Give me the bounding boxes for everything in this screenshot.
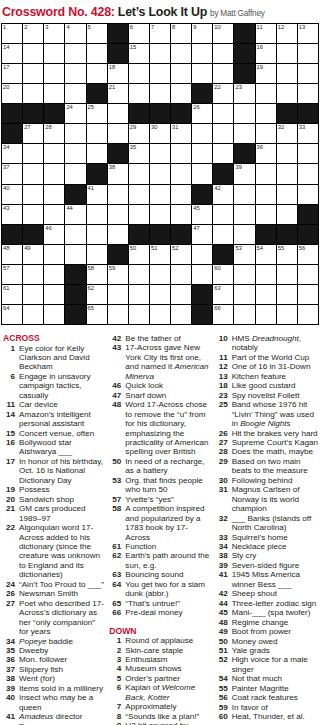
clue-down-50: 50Money owed xyxy=(216,637,318,646)
clue-down-1: 1Round of applause xyxy=(109,636,211,645)
grid-cell-r6c14[interactable]: 32 xyxy=(277,124,298,144)
clue-down-6: 6Kaplan of Welcome Back, Kotter xyxy=(109,683,211,702)
grid-cell-r6c9[interactable]: 31 xyxy=(171,124,192,144)
grid-cell-r6c7[interactable]: 29 xyxy=(129,124,150,144)
grid-cell-r13c8[interactable] xyxy=(150,265,171,285)
grid-cell-r4c12[interactable]: 23 xyxy=(234,84,255,104)
grid-cell-r10c13[interactable] xyxy=(256,205,277,225)
grid-cell-r12c14[interactable]: 55 xyxy=(277,245,298,265)
clue-down-26: 26Hit the brakes very hard xyxy=(216,429,318,438)
grid-cell-r6c2[interactable]: 27 xyxy=(23,124,44,144)
grid-cell-r2c7[interactable]: 15 xyxy=(129,44,150,64)
grid-cell-r10c2[interactable] xyxy=(23,205,44,225)
grid-cell-r11c11[interactable] xyxy=(213,225,234,245)
grid-cell-r10c11[interactable] xyxy=(213,205,234,225)
grid-cell-r13c1[interactable]: 57 xyxy=(2,265,23,285)
grid-cell-r15c13[interactable] xyxy=(256,305,277,325)
clue-across-22: 22Algonquian word 17-Across added to his… xyxy=(3,523,105,580)
clue-number: 38 xyxy=(3,674,15,683)
crossword-grid: 1234567891011121314151617181920212223242… xyxy=(1,23,319,325)
grid-cell-r15c8[interactable] xyxy=(150,305,171,325)
grid-cell-r14c14[interactable] xyxy=(277,285,298,305)
grid-cell-r15c12[interactable] xyxy=(234,305,255,325)
grid-cell-r15c6[interactable] xyxy=(108,305,129,325)
grid-cell-r7c8[interactable] xyxy=(150,144,171,164)
grid-cell-r11c6[interactable] xyxy=(108,225,129,245)
clue-text: Boot from power xyxy=(232,627,318,636)
cell-number: 25 xyxy=(88,104,94,111)
grid-cell-r8c10[interactable] xyxy=(192,164,213,184)
clue-number: 60 xyxy=(216,712,228,721)
grid-cell-r4c14[interactable] xyxy=(277,84,298,104)
grid-cell-r13c3[interactable] xyxy=(44,265,65,285)
clue-down-54: 54Not that much xyxy=(216,674,318,683)
grid-cell-r10c9[interactable] xyxy=(171,205,192,225)
cell-number: 17 xyxy=(3,64,9,71)
clue-text: Not that much xyxy=(232,674,318,683)
across-clues-part2: 42Be the father of4317-Across gave New Y… xyxy=(109,334,211,618)
cell-number: 22 xyxy=(214,84,220,91)
clue-across-42: 42Be the father of xyxy=(109,334,211,343)
clue-across-21: 21GM cars produced 1989–97 xyxy=(3,504,105,523)
grid-cell-r3c14[interactable] xyxy=(277,64,298,84)
grid-cell-r14c5[interactable]: 62 xyxy=(87,285,108,305)
grid-cell-r6c11[interactable] xyxy=(213,124,234,144)
grid-cell-r1c2[interactable]: 2 xyxy=(23,24,44,44)
grid-cell-r6c3[interactable]: 28 xyxy=(44,124,65,144)
grid-cell-r12c5[interactable] xyxy=(87,245,108,265)
grid-cell-r12c15[interactable]: 56 xyxy=(298,245,319,265)
clue-number: 35 xyxy=(3,646,15,655)
grid-cell-r9c14[interactable] xyxy=(277,185,298,205)
clue-number: 58 xyxy=(109,504,121,542)
clue-text: Mon. follower xyxy=(19,655,105,664)
clue-across-17: 17In honor of his birthday, Oct. 16 is N… xyxy=(3,457,105,485)
grid-cell-r8c2[interactable] xyxy=(23,164,44,184)
grid-cell-r9c1[interactable]: 40 xyxy=(2,185,23,205)
clue-column-1: ACROSS 1Eye color for Kelly Clarkson and… xyxy=(3,334,105,725)
grid-cell-r5c13[interactable] xyxy=(256,104,277,124)
grid-cell-r7c10[interactable] xyxy=(192,144,213,164)
grid-cell-r1c3[interactable]: 3 xyxy=(44,24,65,44)
grid-cell-r9c8[interactable] xyxy=(150,185,171,205)
grid-cell-r1c1[interactable]: 1 xyxy=(2,24,23,44)
grid-cell-r1c7[interactable]: 6 xyxy=(129,24,150,44)
grid-cell-r6c12[interactable] xyxy=(234,124,255,144)
grid-cell-r8c9[interactable] xyxy=(171,164,192,184)
cell-number: 14 xyxy=(3,44,9,51)
across-clues-part1: 1Eye color for Kelly Clarkson and David … xyxy=(3,344,105,725)
grid-cell-black-r7c12 xyxy=(234,144,255,164)
cell-number: 60 xyxy=(214,265,220,272)
clue-number: 37 xyxy=(3,665,15,674)
clue-text: Enthusiasm xyxy=(125,655,211,664)
grid-cell-r3c6[interactable]: 18 xyxy=(108,64,129,84)
grid-cell-r15c7[interactable] xyxy=(129,305,150,325)
grid-cell-r15c11[interactable]: 66 xyxy=(213,305,234,325)
grid-cell-r7c4[interactable] xyxy=(65,144,86,164)
grid-cell-r10c5[interactable] xyxy=(87,205,108,225)
clue-number: 54 xyxy=(216,674,228,683)
clue-number: 40 xyxy=(3,693,15,712)
clue-text: Spy novelist Follett xyxy=(232,391,318,400)
grid-cell-r3c8[interactable] xyxy=(150,64,171,84)
grid-cell-r11c12[interactable] xyxy=(234,225,255,245)
grid-cell-r8c6[interactable]: 38 xyxy=(108,164,129,184)
clue-down-3: 3Enthusiasm xyxy=(109,655,211,664)
clue-number: 61 xyxy=(109,542,121,551)
grid-cell-r3c1[interactable]: 17 xyxy=(2,64,23,84)
grid-cell-r12c4[interactable] xyxy=(65,245,86,265)
clue-number: 39 xyxy=(3,684,15,693)
clue-across-65: 65“That’s untrue!” xyxy=(109,599,211,608)
grid-cell-r8c8[interactable] xyxy=(150,164,171,184)
grid-cell-r11c5[interactable] xyxy=(87,225,108,245)
clue-text: “Ain’t Too Proud to ___” xyxy=(19,580,105,589)
grid-cell-r15c3[interactable] xyxy=(44,305,65,325)
grid-cell-r3c11[interactable] xyxy=(213,64,234,84)
grid-cell-r12c10[interactable] xyxy=(192,245,213,265)
grid-cell-r10c8[interactable] xyxy=(150,205,171,225)
clue-across-43: 4317-Across gave New York City its first… xyxy=(109,343,211,381)
grid-cell-r2c3[interactable] xyxy=(44,44,65,64)
grid-cell-r10c4[interactable]: 44 xyxy=(65,205,86,225)
grid-cell-r2c8[interactable] xyxy=(150,44,171,64)
grid-cell-r2c9[interactable] xyxy=(171,44,192,64)
clue-number: 41 xyxy=(216,570,228,589)
clue-text: Went (for) xyxy=(19,674,105,683)
grid-cell-r2c14[interactable] xyxy=(277,44,298,64)
clue-down-30: 30Following behind xyxy=(216,476,318,485)
grid-cell-r2c10[interactable] xyxy=(192,44,213,64)
clue-across-26: 26Newsman Smith xyxy=(3,589,105,598)
grid-cell-r6c4[interactable] xyxy=(65,124,86,144)
grid-cell-r12c2[interactable]: 49 xyxy=(23,245,44,265)
grid-cell-r3c4[interactable] xyxy=(65,64,86,84)
grid-cell-black-r5c3 xyxy=(44,104,65,124)
grid-cell-r5c10[interactable]: 26 xyxy=(192,104,213,124)
grid-cell-r7c11[interactable] xyxy=(213,144,234,164)
clue-down-25: 25Band whose 1976 hit “Livin’ Thing” was… xyxy=(216,400,318,428)
grid-cell-r12c7[interactable]: 50 xyxy=(129,245,150,265)
grid-cell-r3c15[interactable] xyxy=(298,64,319,84)
clue-number: 17 xyxy=(3,457,15,485)
grid-cell-r8c12[interactable]: 39 xyxy=(234,164,255,184)
grid-cell-r8c7[interactable] xyxy=(129,164,150,184)
grid-cell-r3c9[interactable] xyxy=(171,64,192,84)
cell-number: 16 xyxy=(257,44,263,51)
grid-cell-r13c10[interactable] xyxy=(192,265,213,285)
cell-number: 12 xyxy=(278,24,284,31)
grid-cell-r13c11[interactable]: 60 xyxy=(213,265,234,285)
grid-cell-r14c9[interactable] xyxy=(171,285,192,305)
grid-cell-r6c5[interactable] xyxy=(87,124,108,144)
clue-across-64: 64You get two for a slam dunk (abbr.) xyxy=(109,580,211,599)
grid-cell-r4c15[interactable] xyxy=(298,84,319,104)
grid-cell-r9c12[interactable] xyxy=(234,185,255,205)
grid-cell-r3c5[interactable] xyxy=(87,64,108,84)
grid-cell-r6c15[interactable]: 33 xyxy=(298,124,319,144)
clue-text: Quick look xyxy=(125,381,211,390)
grid-cell-black-r10c15 xyxy=(298,205,319,225)
clue-text: You get two for a slam dunk (abbr.) xyxy=(125,580,211,599)
grid-cell-r14c8[interactable] xyxy=(150,285,171,305)
grid-cell-r2c13[interactable]: 16 xyxy=(256,44,277,64)
grid-cell-black-r5c1 xyxy=(2,104,23,124)
grid-cell-r12c3[interactable] xyxy=(44,245,65,265)
grid-cell-r7c2[interactable] xyxy=(23,144,44,164)
clue-text: Seven-sided figure xyxy=(232,561,318,570)
clue-number: 43 xyxy=(109,343,121,381)
grid-cell-r5c5[interactable]: 25 xyxy=(87,104,108,124)
clue-text: 17-Across gave New York City its first o… xyxy=(125,343,211,381)
grid-cell-r13c12[interactable] xyxy=(234,265,255,285)
clue-down-27: 27Supreme Court’s Kagan xyxy=(216,438,318,447)
cell-number: 57 xyxy=(3,265,9,272)
cell-number: 47 xyxy=(193,225,199,232)
grid-cell-r1c9[interactable]: 8 xyxy=(171,24,192,44)
grid-cell-r4c4[interactable] xyxy=(65,84,86,104)
grid-cell-black-r3c12 xyxy=(234,64,255,84)
grid-cell-black-r15c4 xyxy=(65,305,86,325)
cell-number: 28 xyxy=(45,124,51,131)
clue-text: Does the math, maybe xyxy=(232,447,318,456)
clue-number: 48 xyxy=(216,618,228,627)
grid-cell-r11c3[interactable]: 46 xyxy=(44,225,65,245)
grid-cell-r13c13[interactable] xyxy=(256,265,277,285)
grid-cell-black-r11c2 xyxy=(23,225,44,245)
clue-down-48: 48Regime change xyxy=(216,618,318,627)
clue-across-19: 19Possess xyxy=(3,485,105,494)
grid-cell-black-r13c4 xyxy=(65,265,86,285)
grid-cell-r3c2[interactable] xyxy=(23,64,44,84)
cell-number: 53 xyxy=(235,245,241,252)
grid-cell-r14c11[interactable]: 63 xyxy=(213,285,234,305)
clue-number: 2 xyxy=(109,646,121,655)
grid-cell-r12c13[interactable]: 54 xyxy=(256,245,277,265)
grid-cell-r1c10[interactable]: 9 xyxy=(192,24,213,44)
grid-cell-r11c4[interactable] xyxy=(65,225,86,245)
grid-cell-r9c9[interactable] xyxy=(171,185,192,205)
clue-number: 14 xyxy=(3,410,15,429)
grid-cell-r15c1[interactable]: 64 xyxy=(2,305,23,325)
grid-cell-r2c11[interactable] xyxy=(213,44,234,64)
grid-cell-r4c2[interactable] xyxy=(23,84,44,104)
clue-number: 64 xyxy=(109,580,121,599)
grid-cell-r10c10[interactable]: 45 xyxy=(192,205,213,225)
grid-cell-r7c13[interactable]: 36 xyxy=(256,144,277,164)
grid-cell-black-r9c10 xyxy=(192,185,213,205)
clue-down-29: 29Based on two main beats to the measure xyxy=(216,457,318,476)
grid-cell-r4c7[interactable] xyxy=(129,84,150,104)
grid-cell-r13c9[interactable] xyxy=(171,265,192,285)
grid-cell-r8c15[interactable] xyxy=(298,164,319,184)
clue-across-46: 46Quick look xyxy=(109,381,211,390)
grid-cell-r2c15[interactable] xyxy=(298,44,319,64)
grid-cell-r13c6[interactable]: 59 xyxy=(108,265,129,285)
grid-cell-r4c6[interactable]: 21 xyxy=(108,84,129,104)
grid-cell-r9c13[interactable] xyxy=(256,185,277,205)
grid-cell-r5c6[interactable] xyxy=(108,104,129,124)
grid-cell-r6c10[interactable] xyxy=(192,124,213,144)
grid-cell-r6c6[interactable] xyxy=(108,124,129,144)
grid-cell-r9c2[interactable] xyxy=(23,185,44,205)
grid-cell-r8c4[interactable] xyxy=(65,164,86,184)
grid-cell-r4c1[interactable]: 20 xyxy=(2,84,23,104)
grid-cell-r5c12[interactable] xyxy=(234,104,255,124)
cell-number: 44 xyxy=(66,205,72,212)
grid-cell-r9c7[interactable] xyxy=(129,185,150,205)
grid-cell-r4c9[interactable] xyxy=(171,84,192,104)
grid-cell-r8c13[interactable] xyxy=(256,164,277,184)
clue-text: Following behind xyxy=(232,476,318,485)
grid-cell-r1c14[interactable]: 12 xyxy=(277,24,298,44)
grid-cell-black-r5c7 xyxy=(129,104,150,124)
grid-cell-r8c14[interactable] xyxy=(277,164,298,184)
grid-cell-r15c2[interactable] xyxy=(23,305,44,325)
grid-cell-r7c1[interactable]: 34 xyxy=(2,144,23,164)
cell-number: 21 xyxy=(109,84,115,91)
grid-cell-r15c9[interactable] xyxy=(171,305,192,325)
cell-number: 7 xyxy=(151,24,154,31)
clue-text: Algonquian word 17-Across added to his d… xyxy=(19,523,105,580)
grid-cell-r12c9[interactable]: 52 xyxy=(171,245,192,265)
grid-cell-r1c8[interactable]: 7 xyxy=(150,24,171,44)
grid-cell-r2c1[interactable]: 14 xyxy=(2,44,23,64)
grid-cell-r7c7[interactable]: 35 xyxy=(129,144,150,164)
grid-cell-r10c1[interactable]: 43 xyxy=(2,205,23,225)
grid-cell-r13c14[interactable] xyxy=(277,265,298,285)
cell-number: 65 xyxy=(88,305,94,312)
cell-number: 39 xyxy=(235,164,241,171)
grid-cell-r10c14[interactable] xyxy=(277,205,298,225)
grid-cell-black-r11c14 xyxy=(277,225,298,245)
grid-cell-r6c8[interactable]: 30 xyxy=(150,124,171,144)
grid-cell-r14c12[interactable] xyxy=(234,285,255,305)
grid-cell-black-r2c6 xyxy=(108,44,129,64)
grid-cell-r7c5[interactable] xyxy=(87,144,108,164)
grid-cell-r4c11[interactable]: 22 xyxy=(213,84,234,104)
grid-cell-r4c3[interactable] xyxy=(44,84,65,104)
grid-cell-r5c11[interactable] xyxy=(213,104,234,124)
grid-cell-black-r1c6 xyxy=(108,24,129,44)
clue-number: 31 xyxy=(216,485,228,513)
grid-cell-r2c4[interactable] xyxy=(65,44,86,64)
puzzle-title: Let’s Look It Up xyxy=(118,5,207,19)
clue-number: 28 xyxy=(216,447,228,456)
cell-number: 19 xyxy=(257,64,263,71)
grid-cell-r14c6[interactable] xyxy=(108,285,129,305)
grid-cell-r1c4[interactable]: 4 xyxy=(65,24,86,44)
clue-down-32: 32___ Banks (islands off North Carolina) xyxy=(216,514,318,533)
grid-cell-r15c15[interactable] xyxy=(298,305,319,325)
grid-cell-r12c1[interactable]: 48 xyxy=(2,245,23,265)
grid-cell-r14c15[interactable] xyxy=(298,285,319,305)
grid-cell-r13c7[interactable] xyxy=(129,265,150,285)
cell-number: 2 xyxy=(24,24,27,31)
grid-cell-r3c3[interactable] xyxy=(44,64,65,84)
grid-cell-r4c13[interactable] xyxy=(256,84,277,104)
grid-cell-r3c10[interactable] xyxy=(192,64,213,84)
grid-cell-r9c6[interactable] xyxy=(108,185,129,205)
grid-cell-r9c5[interactable]: 41 xyxy=(87,185,108,205)
grid-cell-r11c10[interactable]: 47 xyxy=(192,225,213,245)
grid-cell-r14c7[interactable] xyxy=(129,285,150,305)
down-header: DOWN xyxy=(109,627,211,637)
grid-cell-black-r8c5 xyxy=(87,164,108,184)
grid-cell-r12c12[interactable]: 53 xyxy=(234,245,255,265)
cell-number: 30 xyxy=(151,124,157,131)
clue-number: 5 xyxy=(109,674,121,683)
clue-text: Newsman Smith xyxy=(19,589,105,598)
clue-text: Like good custard xyxy=(232,381,318,390)
grid-cell-r1c11[interactable]: 10 xyxy=(213,24,234,44)
clue-number: 24 xyxy=(3,580,15,589)
grid-cell-r1c15[interactable]: 13 xyxy=(298,24,319,44)
clue-number: 11 xyxy=(3,400,15,409)
grid-cell-r10c12[interactable] xyxy=(234,205,255,225)
grid-cell-r2c5[interactable] xyxy=(87,44,108,64)
grid-cell-r14c13[interactable] xyxy=(256,285,277,305)
grid-cell-r7c9[interactable] xyxy=(171,144,192,164)
grid-cell-r9c11[interactable]: 42 xyxy=(213,185,234,205)
grid-cell-r15c5[interactable]: 65 xyxy=(87,305,108,325)
clue-number: 59 xyxy=(216,703,228,712)
clue-down-8: 8“Sounds like a plan!” xyxy=(109,712,211,721)
cell-number: 9 xyxy=(193,24,196,31)
grid-cell-r7c3[interactable] xyxy=(44,144,65,164)
grid-cell-r5c4[interactable]: 24 xyxy=(65,104,86,124)
grid-cell-r14c2[interactable] xyxy=(23,285,44,305)
grid-cell-r8c1[interactable]: 37 xyxy=(2,164,23,184)
clue-down-60: 60Heat, Thunder, et al. xyxy=(216,712,318,721)
grid-cell-r8c3[interactable] xyxy=(44,164,65,184)
grid-cell-r1c13[interactable]: 11 xyxy=(256,24,277,44)
grid-cell-r6c13[interactable] xyxy=(256,124,277,144)
clue-down-9: 9U2 hit covered by Johnny Cash xyxy=(109,721,211,725)
clue-text: One of 16 in 31-Down xyxy=(232,362,318,371)
grid-cell-r9c15[interactable] xyxy=(298,185,319,205)
grid-cell-r4c8[interactable] xyxy=(150,84,171,104)
grid-cell-r3c13[interactable]: 19 xyxy=(256,64,277,84)
grid-cell-r1c5[interactable]: 5 xyxy=(87,24,108,44)
clue-number: 21 xyxy=(3,504,15,523)
grid-cell-r14c1[interactable]: 61 xyxy=(2,285,23,305)
grid-cell-r2c2[interactable] xyxy=(23,44,44,64)
grid-cell-r3c7[interactable] xyxy=(129,64,150,84)
clue-down-45: 45Mani-___ (spa twofer) xyxy=(216,608,318,617)
clue-column-3: 10HMS Dreadnought, notably11Part of the … xyxy=(216,334,318,725)
clue-down-56: 56Coat rack features xyxy=(216,693,318,702)
grid-cell-r7c15[interactable] xyxy=(298,144,319,164)
clue-down-23: 23Spy novelist Follett xyxy=(216,391,318,400)
grid-cell-r13c5[interactable]: 58 xyxy=(87,265,108,285)
clue-text: Dweeby xyxy=(19,646,105,655)
grid-cell-r7c14[interactable] xyxy=(277,144,298,164)
grid-cell-r9c3[interactable] xyxy=(44,185,65,205)
grid-cell-r13c2[interactable] xyxy=(23,265,44,285)
grid-cell-r10c6[interactable] xyxy=(108,205,129,225)
clue-across-16: 16Bollywood star Aishwarya ___ xyxy=(3,438,105,457)
grid-cell-r14c3[interactable] xyxy=(44,285,65,305)
grid-cell-r10c7[interactable] xyxy=(129,205,150,225)
grid-cell-r13c15[interactable] xyxy=(298,265,319,285)
clue-down-13: 13Kitchen feature xyxy=(216,372,318,381)
grid-cell-r10c3[interactable] xyxy=(44,205,65,225)
grid-cell-r15c14[interactable] xyxy=(277,305,298,325)
grid-cell-r12c8[interactable]: 51 xyxy=(150,245,171,265)
clue-number: 20 xyxy=(3,495,15,504)
